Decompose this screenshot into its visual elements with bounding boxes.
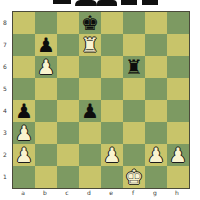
square-e2[interactable]: ♟ xyxy=(101,144,123,166)
cutoff-black-piece xyxy=(53,0,71,4)
square-a7[interactable] xyxy=(13,34,35,56)
square-c5[interactable] xyxy=(57,78,79,100)
square-d7[interactable]: ♜ xyxy=(79,34,101,56)
square-c3[interactable] xyxy=(57,122,79,144)
square-f1[interactable]: ♚ xyxy=(123,166,145,188)
piece-white-pawn[interactable]: ♟ xyxy=(103,144,121,166)
square-d6[interactable] xyxy=(79,56,101,78)
square-g4[interactable] xyxy=(145,100,167,122)
square-e8[interactable] xyxy=(101,12,123,34)
file-label-b: b xyxy=(34,187,56,198)
piece-white-king[interactable]: ♚ xyxy=(125,166,143,188)
rank-label-6: 6 xyxy=(0,55,10,77)
square-e5[interactable] xyxy=(101,78,123,100)
square-h6[interactable] xyxy=(167,56,189,78)
rank-labels: 87654321 xyxy=(0,11,11,187)
square-h8[interactable] xyxy=(167,12,189,34)
square-f6[interactable]: ♜ xyxy=(123,56,145,78)
square-a8[interactable] xyxy=(13,12,35,34)
square-h1[interactable] xyxy=(167,166,189,188)
square-a1[interactable] xyxy=(13,166,35,188)
rank-label-4: 4 xyxy=(0,99,10,121)
square-e3[interactable] xyxy=(101,122,123,144)
square-c1[interactable] xyxy=(57,166,79,188)
square-a3[interactable]: ♟ xyxy=(13,122,35,144)
cutoff-black-piece xyxy=(121,0,137,5)
square-a6[interactable] xyxy=(13,56,35,78)
rank-label-8: 8 xyxy=(0,11,10,33)
square-d1[interactable] xyxy=(79,166,101,188)
square-d5[interactable] xyxy=(79,78,101,100)
square-b7[interactable]: ♟ xyxy=(35,34,57,56)
square-a5[interactable] xyxy=(13,78,35,100)
square-c2[interactable] xyxy=(57,144,79,166)
file-label-f: f xyxy=(122,187,144,198)
file-label-d: d xyxy=(78,187,100,198)
square-f3[interactable] xyxy=(123,122,145,144)
piece-white-pawn[interactable]: ♟ xyxy=(147,144,165,166)
square-f4[interactable] xyxy=(123,100,145,122)
square-g3[interactable] xyxy=(145,122,167,144)
piece-white-rook[interactable]: ♜ xyxy=(81,34,99,56)
square-g7[interactable] xyxy=(145,34,167,56)
square-b1[interactable] xyxy=(35,166,57,188)
square-e6[interactable] xyxy=(101,56,123,78)
square-h2[interactable]: ♟ xyxy=(167,144,189,166)
cutoff-black-piece xyxy=(97,0,117,6)
cutoff-black-piece xyxy=(142,0,158,5)
square-e4[interactable] xyxy=(101,100,123,122)
chess-board: ♚♟♜♟♜♟♟♟♟♟♟♟♚ xyxy=(12,11,190,189)
rank-label-1: 1 xyxy=(0,165,10,187)
file-label-h: h xyxy=(166,187,188,198)
square-g2[interactable]: ♟ xyxy=(145,144,167,166)
square-g1[interactable] xyxy=(145,166,167,188)
square-f8[interactable] xyxy=(123,12,145,34)
square-h7[interactable] xyxy=(167,34,189,56)
file-label-g: g xyxy=(144,187,166,198)
piece-black-pawn[interactable]: ♟ xyxy=(37,34,55,56)
square-b8[interactable] xyxy=(35,12,57,34)
square-d8[interactable]: ♚ xyxy=(79,12,101,34)
piece-white-pawn[interactable]: ♟ xyxy=(37,56,55,78)
square-g5[interactable] xyxy=(145,78,167,100)
square-c4[interactable] xyxy=(57,100,79,122)
square-b4[interactable] xyxy=(35,100,57,122)
file-label-a: a xyxy=(12,187,34,198)
piece-black-pawn[interactable]: ♟ xyxy=(81,100,99,122)
square-b6[interactable]: ♟ xyxy=(35,56,57,78)
square-h3[interactable] xyxy=(167,122,189,144)
square-e1[interactable] xyxy=(101,166,123,188)
square-f2[interactable] xyxy=(123,144,145,166)
file-label-c: c xyxy=(56,187,78,198)
square-f5[interactable] xyxy=(123,78,145,100)
piece-white-pawn[interactable]: ♟ xyxy=(15,144,33,166)
square-h4[interactable] xyxy=(167,100,189,122)
square-f7[interactable] xyxy=(123,34,145,56)
rank-label-2: 2 xyxy=(0,143,10,165)
square-d3[interactable] xyxy=(79,122,101,144)
piece-black-rook[interactable]: ♜ xyxy=(125,56,143,78)
piece-white-pawn[interactable]: ♟ xyxy=(169,144,187,166)
square-a4[interactable]: ♟ xyxy=(13,100,35,122)
square-b3[interactable] xyxy=(35,122,57,144)
square-c8[interactable] xyxy=(57,12,79,34)
square-e7[interactable] xyxy=(101,34,123,56)
square-c6[interactable] xyxy=(57,56,79,78)
cutoff-black-piece xyxy=(75,0,97,6)
square-h5[interactable] xyxy=(167,78,189,100)
rank-label-7: 7 xyxy=(0,33,10,55)
file-label-e: e xyxy=(100,187,122,198)
chess-diagram: 87654321 ♚♟♜♟♜♟♟♟♟♟♟♟♚ abcdefgh xyxy=(0,0,200,200)
rank-label-5: 5 xyxy=(0,77,10,99)
square-g8[interactable] xyxy=(145,12,167,34)
piece-white-pawn[interactable]: ♟ xyxy=(15,122,33,144)
rank-label-3: 3 xyxy=(0,121,10,143)
square-b2[interactable] xyxy=(35,144,57,166)
square-c7[interactable] xyxy=(57,34,79,56)
square-b5[interactable] xyxy=(35,78,57,100)
square-g6[interactable] xyxy=(145,56,167,78)
file-labels: abcdefgh xyxy=(12,187,188,199)
square-d4[interactable]: ♟ xyxy=(79,100,101,122)
square-a2[interactable]: ♟ xyxy=(13,144,35,166)
piece-black-pawn[interactable]: ♟ xyxy=(15,100,33,122)
piece-black-king[interactable]: ♚ xyxy=(81,12,99,34)
square-d2[interactable] xyxy=(79,144,101,166)
